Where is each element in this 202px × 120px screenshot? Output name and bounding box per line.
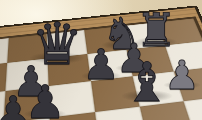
chess-illustration: ♜♞♛♟♟♟♟♝♟♟ (0, 0, 202, 120)
piece-black-bishop[interactable]: ♝ (123, 56, 171, 110)
piece-black-pawn-center[interactable]: ♟ (82, 44, 120, 86)
pieces-layer: ♜♞♛♟♟♟♟♝♟♟ (0, 0, 202, 120)
piece-black-pawn-corner[interactable]: ♟ (0, 90, 34, 120)
